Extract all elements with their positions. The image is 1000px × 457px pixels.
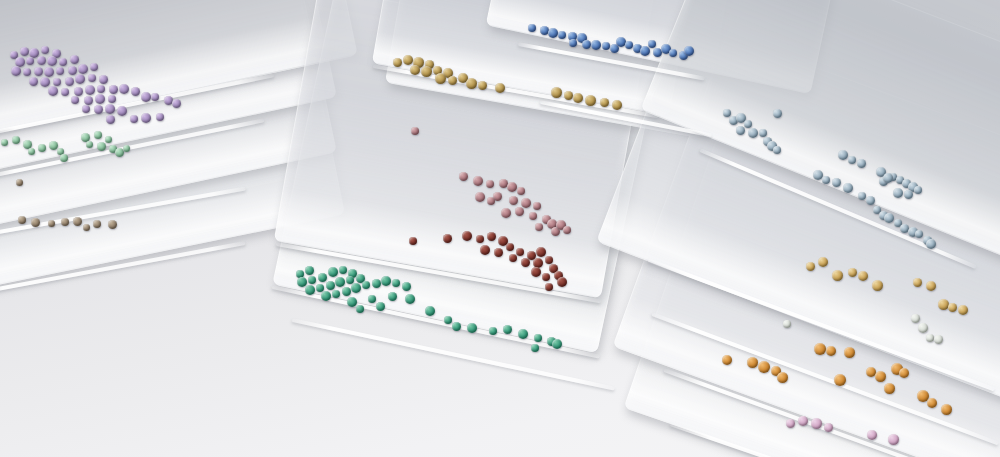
gem-stone-amethyst-purple (99, 75, 108, 84)
gem-stone-rose-mauve (487, 197, 495, 205)
gem-stone-light-pink (888, 434, 899, 445)
gem-stone-rose-mauve (509, 196, 518, 205)
gem-stone-smoky-taupe (48, 220, 55, 227)
gem-stone-aqua-blue (926, 239, 936, 249)
gem-stone-mint-green (1, 139, 8, 146)
gem-stone-sapphire-blue (640, 46, 650, 56)
gem-stone-amethyst-purple (71, 96, 79, 104)
gem-stone-amethyst-purple (108, 95, 116, 103)
gem-stone-champagne-gold (585, 95, 596, 106)
gem-stone-garnet-red (516, 248, 524, 256)
gem-stone-amethyst-purple (82, 105, 90, 113)
gem-stone-amethyst-purple (85, 85, 95, 95)
gem-stone-amethyst-purple (20, 47, 29, 56)
gem-stone-aqua-blue (893, 188, 903, 198)
gem-stone-rose-mauve (459, 172, 468, 181)
gem-stone-emerald-green (405, 294, 415, 304)
gem-stone-sapphire-blue (582, 40, 591, 49)
gem-stone-garnet-red (487, 232, 496, 241)
gem-stone-amethyst-purple (34, 67, 43, 76)
gem-stone-champagne-gold (564, 91, 573, 100)
gem-stone-light-pink (867, 430, 877, 440)
gem-stone-emerald-green (305, 266, 314, 275)
gem-stone-mint-green (105, 136, 112, 143)
gem-stone-spessartite-orange (747, 357, 758, 368)
gem-stone-spessartite-orange (941, 404, 952, 415)
gem-stone-champagne-gold (466, 78, 477, 89)
gem-stone-amethyst-purple (65, 77, 74, 86)
gem-stone-light-pink (824, 423, 833, 432)
gem-stone-emerald-green (489, 327, 497, 335)
gem-stone-sapphire-blue (548, 28, 558, 38)
gem-stone-garnet-red (509, 254, 517, 262)
gem-stone-mint-green (38, 144, 46, 152)
gem-stone-emerald-green (372, 279, 381, 288)
gem-stone-amethyst-purple (106, 115, 115, 124)
gem-stone-amethyst-purple (47, 56, 57, 66)
gem-stone-emerald-green (339, 266, 347, 274)
gem-stone-emerald-green (328, 267, 338, 277)
gem-stone-garnet-red (557, 277, 567, 287)
gem-stone-sapphire-blue (602, 42, 610, 50)
gem-stone-aqua-blue (838, 150, 848, 160)
gem-stone-amethyst-purple (131, 87, 140, 96)
gem-stone-clear-white (918, 323, 928, 333)
gem-stone-amethyst-purple (48, 86, 58, 96)
gem-stone-rose-mauve (515, 207, 524, 216)
gem-stone-garnet-red (480, 245, 490, 255)
gem-stone-emerald-green (321, 291, 331, 301)
gem-stone-rose-mauve (529, 212, 537, 220)
gem-stone-mint-green (94, 131, 102, 139)
gem-stone-mint-green (97, 142, 106, 151)
gem-stone-citrine-yellow (848, 268, 857, 277)
gem-stone-garnet-red (462, 231, 472, 241)
gem-stone-light-pink (786, 419, 795, 428)
gem-stone-emerald-green (392, 279, 400, 287)
gem-stone-mint-green (49, 141, 58, 150)
gem-stone-emerald-green (326, 281, 335, 290)
gem-stone-emerald-green (531, 344, 539, 352)
gem-stone-aqua-blue (883, 173, 893, 183)
gem-stones-layer (0, 0, 1000, 457)
gem-stone-clear-white (934, 335, 943, 344)
gem-stone-mint-green (123, 145, 130, 152)
gem-stone-garnet-red (542, 273, 550, 281)
gem-stone-spessartite-orange (758, 361, 770, 373)
gem-stone-amethyst-purple (151, 93, 159, 101)
gem-stone-aqua-blue (822, 176, 830, 184)
gem-stone-aqua-blue (866, 196, 875, 205)
gem-stone-sapphire-blue (569, 39, 577, 47)
gem-stone-emerald-green (362, 281, 370, 289)
gem-stone-sapphire-blue (684, 46, 694, 56)
gem-stone-spessartite-orange (899, 368, 909, 378)
gemstone-photo-scene (0, 0, 1000, 457)
gem-stone-aqua-blue (884, 213, 894, 223)
gem-stone-amethyst-purple (37, 56, 46, 65)
gem-stone-mint-green (86, 141, 93, 148)
gem-stone-emerald-green (356, 305, 364, 313)
gem-stone-spessartite-orange (814, 343, 826, 355)
gem-stone-rose-mauve (563, 226, 571, 234)
gem-stone-aqua-blue (744, 120, 752, 128)
gem-stone-clear-white (926, 334, 934, 342)
gem-stone-garnet-red (531, 267, 541, 277)
gem-stone-spessartite-orange (884, 383, 895, 394)
gem-stone-amethyst-purple (23, 68, 31, 76)
gem-stone-garnet-red (494, 248, 503, 257)
gem-stone-mint-green (60, 154, 68, 162)
gem-stone-emerald-green (351, 283, 361, 293)
gem-stone-citrine-yellow (958, 305, 968, 315)
gem-stone-garnet-red (521, 258, 530, 267)
gem-stone-amethyst-purple (68, 66, 77, 75)
gem-stone-champagne-gold (551, 87, 562, 98)
gem-stone-amethyst-purple (11, 66, 21, 76)
gem-stone-sapphire-blue (591, 40, 601, 50)
gem-stone-emerald-green (332, 290, 340, 298)
gem-stone-aqua-blue (914, 186, 922, 194)
gem-stone-garnet-red (443, 234, 452, 243)
gem-stone-amethyst-purple (59, 58, 67, 66)
gem-stone-amethyst-purple (53, 78, 61, 86)
gem-stone-rose-mauve (517, 187, 525, 195)
gem-stone-champagne-gold (478, 81, 487, 90)
gem-stone-champagne-gold (403, 55, 413, 65)
gem-stone-amethyst-purple (156, 113, 164, 121)
gem-stone-citrine-yellow (948, 303, 957, 312)
gem-stone-citrine-yellow (872, 280, 883, 291)
gem-stone-emerald-green (381, 276, 391, 286)
gem-stone-garnet-red (545, 256, 553, 264)
gem-stone-amethyst-purple (26, 57, 34, 65)
gem-stone-citrine-yellow (858, 271, 868, 281)
gem-stone-aqua-blue (858, 192, 866, 200)
gem-stone-amethyst-purple (88, 74, 96, 82)
gem-stone-aqua-blue (736, 126, 745, 135)
gem-stone-emerald-green (518, 329, 528, 339)
gem-stone-emerald-green (368, 295, 376, 303)
gem-stone-mint-green (12, 136, 20, 144)
gem-stone-aqua-blue (832, 178, 841, 187)
gem-stone-aqua-blue (915, 230, 923, 238)
gem-stone-smoky-taupe (18, 216, 26, 224)
gem-stone-amethyst-purple (40, 77, 50, 87)
gem-stone-emerald-green (308, 276, 316, 284)
gem-stone-light-pink (798, 416, 808, 426)
gem-stone-rose-mauve (486, 180, 494, 188)
gem-stone-amethyst-purple (74, 87, 83, 96)
gem-stone-smoky-taupe (73, 217, 82, 226)
gem-stone-amethyst-purple (94, 105, 103, 114)
gem-stone-amethyst-purple (44, 67, 54, 77)
gem-stone-citrine-yellow (938, 299, 949, 310)
gem-stone-aqua-blue (904, 190, 913, 199)
gem-stone-sapphire-blue (558, 31, 566, 39)
gem-stone-amethyst-purple (95, 94, 105, 104)
gem-stone-amethyst-purple (78, 64, 88, 74)
gem-stone-emerald-green (444, 316, 452, 324)
gem-stone-citrine-yellow (913, 278, 922, 287)
gem-stone-citrine-yellow (806, 262, 815, 271)
gem-stone-emerald-green (402, 282, 411, 291)
gem-stone-emerald-green (534, 334, 542, 342)
gem-stone-amethyst-purple (90, 63, 98, 71)
gem-stone-champagne-gold (612, 100, 622, 110)
gem-stone-mint-green (28, 148, 35, 155)
gem-stone-rose-mauve (411, 127, 419, 135)
gem-stone-garnet-red (536, 247, 546, 257)
gem-stone-smoky-taupe (83, 224, 90, 231)
gem-stone-sapphire-blue (625, 41, 633, 49)
gem-stone-aqua-blue (848, 156, 856, 164)
gem-stone-spessartite-orange (875, 371, 886, 382)
gem-stone-emerald-green (305, 285, 315, 295)
gem-stone-rose-mauve (533, 202, 541, 210)
gem-stone-emerald-green (425, 306, 435, 316)
gem-stone-amethyst-purple (70, 55, 79, 64)
gem-stone-sapphire-blue (648, 40, 656, 48)
gem-stone-amethyst-purple (109, 85, 118, 94)
gem-stone-smoky-taupe (31, 218, 40, 227)
gem-stone-amethyst-purple (172, 99, 181, 108)
gem-stone-garnet-red (545, 283, 553, 291)
gem-stone-champagne-gold (393, 58, 402, 67)
gem-stone-smoky-taupe (93, 220, 101, 228)
gem-stone-citrine-yellow (832, 270, 843, 281)
gem-stone-emerald-green (342, 287, 351, 296)
gem-stone-spessartite-orange (834, 374, 846, 386)
gem-stone-clear-white (911, 314, 920, 323)
gem-stone-aqua-blue (857, 159, 866, 168)
gem-stone-rose-mauve (475, 192, 485, 202)
gem-stone-rose-mauve (535, 223, 543, 231)
gem-stone-aqua-blue (748, 128, 758, 138)
gem-stone-champagne-gold (573, 93, 583, 103)
gem-stone-champagne-gold (421, 66, 432, 77)
gem-stone-emerald-green (347, 297, 357, 307)
gem-stone-amethyst-purple (41, 46, 49, 54)
gem-stone-amethyst-purple (141, 113, 151, 123)
gem-stone-amethyst-purple (29, 77, 38, 86)
gem-stone-amethyst-purple (130, 115, 138, 123)
gem-stone-emerald-green (388, 292, 397, 301)
gem-stone-amethyst-purple (97, 85, 105, 93)
gem-stone-spessartite-orange (826, 346, 836, 356)
gem-stone-garnet-red (476, 235, 484, 243)
gem-stone-champagne-gold (495, 83, 505, 93)
gem-stone-emerald-green (335, 277, 345, 287)
gem-stone-sapphire-blue (528, 24, 536, 32)
gem-stone-rose-mauve (473, 176, 483, 186)
gem-stone-amethyst-purple (105, 104, 115, 114)
gem-stone-champagne-gold (435, 73, 446, 84)
gem-stone-rose-mauve (521, 198, 531, 208)
gem-stone-amethyst-purple (84, 96, 93, 105)
gem-stone-amethyst-purple (75, 74, 85, 84)
gem-stone-garnet-red (409, 237, 417, 245)
gem-stone-spessartite-orange (844, 347, 855, 358)
gem-stone-sapphire-blue (669, 49, 677, 57)
gem-stone-smoky-taupe (16, 179, 23, 186)
gem-stone-amethyst-purple (119, 84, 129, 94)
gem-stone-amethyst-purple (117, 106, 127, 116)
gem-stone-champagne-gold (448, 76, 457, 85)
gem-stone-emerald-green (503, 325, 512, 334)
gem-stone-aqua-blue (723, 109, 731, 117)
gem-stone-spessartite-orange (722, 355, 732, 365)
gem-stone-garnet-red (506, 243, 514, 251)
gem-stone-aqua-blue (773, 146, 781, 154)
gem-stone-rose-mauve (501, 208, 511, 218)
gem-stone-smoky-taupe (61, 218, 69, 226)
gem-stone-amethyst-purple (61, 88, 69, 96)
gem-stone-citrine-yellow (818, 257, 828, 267)
gem-stone-amethyst-purple (141, 92, 151, 102)
gem-stone-aqua-blue (759, 129, 767, 137)
gem-stone-champagne-gold (410, 65, 420, 75)
gem-stone-citrine-yellow (926, 281, 936, 291)
gem-stone-amethyst-purple (56, 67, 64, 75)
gem-stone-emerald-green (467, 323, 477, 333)
gem-stone-emerald-green (452, 322, 461, 331)
gem-stone-aqua-blue (843, 183, 853, 193)
gem-stone-emerald-green (376, 302, 385, 311)
gem-stone-emerald-green (318, 273, 327, 282)
gem-stone-champagne-gold (600, 98, 609, 107)
gem-stone-clear-white (783, 320, 791, 328)
gem-stone-spessartite-orange (777, 372, 788, 383)
gem-stone-rose-mauve (507, 182, 517, 192)
gem-stone-spessartite-orange (927, 398, 937, 408)
gem-stone-aqua-blue (773, 109, 782, 118)
gem-stone-emerald-green (552, 339, 562, 349)
gem-stone-smoky-taupe (108, 220, 117, 229)
gem-stone-light-pink (811, 418, 822, 429)
